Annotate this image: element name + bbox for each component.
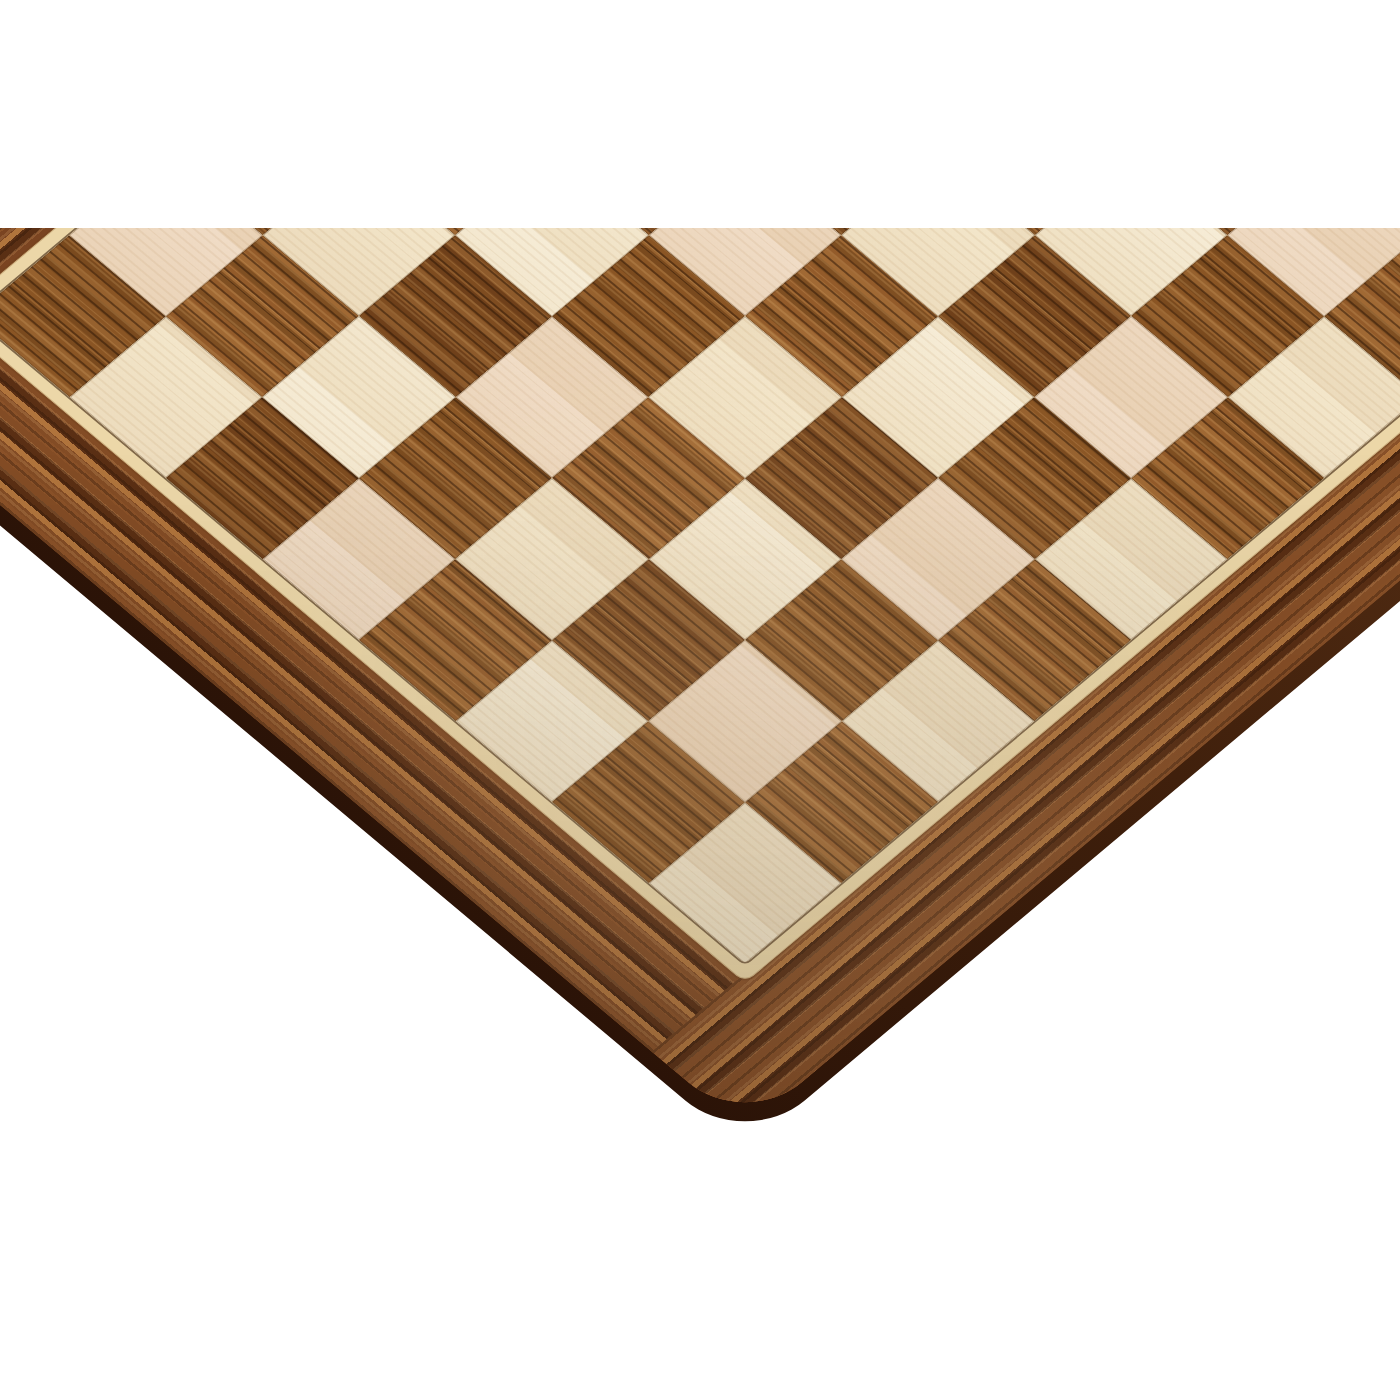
chess-board	[0, 228, 1400, 1130]
photo-crop	[0, 228, 1400, 1400]
product-photo	[0, 0, 1400, 1400]
